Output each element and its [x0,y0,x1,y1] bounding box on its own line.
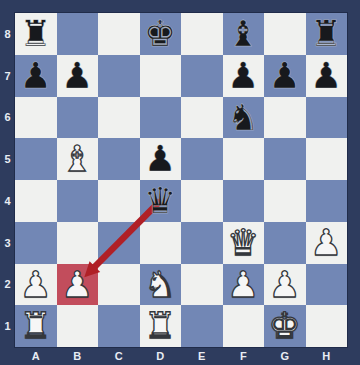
rank-labels: 87654321 [0,13,15,347]
square-c1[interactable] [98,305,140,347]
square-d7[interactable] [140,55,182,97]
square-b6[interactable] [57,97,99,139]
file-label-g: G [264,347,306,365]
square-a4[interactable] [15,180,57,222]
square-a6[interactable] [15,97,57,139]
square-h6[interactable] [306,97,348,139]
square-h1[interactable] [306,305,348,347]
piece-white-pawn-b2[interactable]: ♟ [57,264,99,306]
rank-label-6: 6 [0,97,15,139]
file-label-f: F [223,347,265,365]
square-b4[interactable] [57,180,99,222]
square-e1[interactable] [181,305,223,347]
piece-white-king-g1[interactable]: ♚ [264,305,306,347]
piece-black-bishop-f8[interactable]: ♝ [223,13,265,55]
piece-white-knight-d2[interactable]: ♞ [140,264,182,306]
square-e7[interactable] [181,55,223,97]
square-e8[interactable] [181,13,223,55]
piece-white-pawn-h3[interactable]: ♟ [306,222,348,264]
square-b3[interactable] [57,222,99,264]
piece-black-pawn-h7[interactable]: ♟ [306,55,348,97]
piece-black-pawn-d5[interactable]: ♟ [140,138,182,180]
square-e6[interactable] [181,97,223,139]
piece-black-knight-f6[interactable]: ♞ [223,97,265,139]
rank-label-8: 8 [0,13,15,55]
square-g4[interactable] [264,180,306,222]
rank-label-2: 2 [0,264,15,306]
square-h4[interactable] [306,180,348,222]
file-label-h: H [306,347,348,365]
rank-label-4: 4 [0,180,15,222]
rank-label-1: 1 [0,305,15,347]
square-c4[interactable] [98,180,140,222]
square-d3[interactable] [140,222,182,264]
piece-white-bishop-b5[interactable]: ♝ [57,138,99,180]
square-h2[interactable] [306,264,348,306]
square-f4[interactable] [223,180,265,222]
square-c5[interactable] [98,138,140,180]
square-d6[interactable] [140,97,182,139]
square-g8[interactable] [264,13,306,55]
square-f5[interactable] [223,138,265,180]
piece-black-rook-a8[interactable]: ♜ [15,13,57,55]
square-c7[interactable] [98,55,140,97]
square-c8[interactable] [98,13,140,55]
square-e2[interactable] [181,264,223,306]
piece-white-pawn-a2[interactable]: ♟ [15,264,57,306]
square-g6[interactable] [264,97,306,139]
file-label-d: D [140,347,182,365]
square-c2[interactable] [98,264,140,306]
square-b1[interactable] [57,305,99,347]
file-label-a: A [15,347,57,365]
piece-black-pawn-a7[interactable]: ♟ [15,55,57,97]
chess-board-widget: 87654321 ♜♚♝♜♟♟♟♟♟♞♝♟♛♛♟♟♟♞♟♟♜♜♚ ABCDEFG… [0,0,360,365]
square-e4[interactable] [181,180,223,222]
square-g5[interactable] [264,138,306,180]
piece-black-king-d8[interactable]: ♚ [140,13,182,55]
square-h5[interactable] [306,138,348,180]
square-e3[interactable] [181,222,223,264]
square-f1[interactable] [223,305,265,347]
square-c6[interactable] [98,97,140,139]
square-a5[interactable] [15,138,57,180]
piece-black-rook-h8[interactable]: ♜ [306,13,348,55]
rank-label-7: 7 [0,55,15,97]
file-labels: ABCDEFGH [15,347,347,365]
piece-black-pawn-g7[interactable]: ♟ [264,55,306,97]
square-b8[interactable] [57,13,99,55]
piece-white-pawn-g2[interactable]: ♟ [264,264,306,306]
square-e5[interactable] [181,138,223,180]
file-label-e: E [181,347,223,365]
square-a3[interactable] [15,222,57,264]
file-label-b: B [57,347,99,365]
rank-label-5: 5 [0,138,15,180]
piece-white-rook-a1[interactable]: ♜ [15,305,57,347]
square-g3[interactable] [264,222,306,264]
piece-black-queen-d4[interactable]: ♛ [140,180,182,222]
piece-white-rook-d1[interactable]: ♜ [140,305,182,347]
file-label-c: C [98,347,140,365]
piece-black-pawn-b7[interactable]: ♟ [57,55,99,97]
piece-white-pawn-f2[interactable]: ♟ [223,264,265,306]
square-c3[interactable] [98,222,140,264]
rank-label-3: 3 [0,222,15,264]
piece-white-queen-f3[interactable]: ♛ [223,222,265,264]
piece-black-pawn-f7[interactable]: ♟ [223,55,265,97]
